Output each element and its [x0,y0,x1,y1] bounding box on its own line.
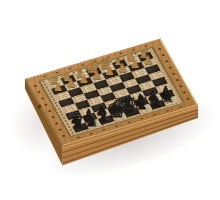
pieces-layer: ♜♞♝♛♚♝♞♜♟♟♟♟♟♟♟♟♟♟♟♟♟♟♟♟♜♞♝♛♚♝♞♜ [0,0,220,200]
piece-white-pawn-h2: ♟ [53,82,63,93]
piece-white-pawn-c2: ♟ [117,63,127,74]
product-photo: ♜♞♝♛♚♝♞♜♟♟♟♟♟♟♟♟♟♟♟♟♟♟♟♟♜♞♝♛♚♝♞♜ [0,0,220,200]
piece-white-pawn-f2: ♟ [79,75,89,86]
piece-black-rook-h8: ♜ [71,115,86,131]
piece-white-pawn-b2: ♟ [130,59,140,70]
piece-white-pawn-d2: ♟ [105,67,115,78]
piece-white-pawn-a2: ♟ [143,56,153,67]
piece-white-pawn-g2: ♟ [66,79,76,90]
piece-white-pawn-e2: ♟ [92,71,102,82]
